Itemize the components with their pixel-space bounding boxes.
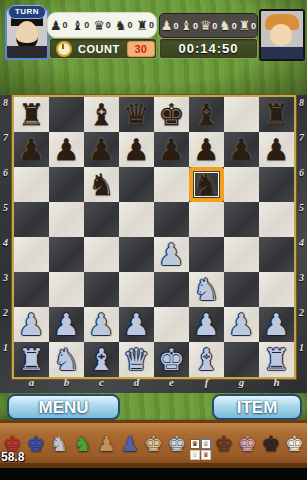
captured-count: 0 [232, 21, 237, 31]
square-f5[interactable] [189, 202, 224, 237]
square-g4[interactable] [224, 237, 259, 272]
black-rook-a8[interactable]: ♜ [14, 97, 49, 132]
move-count-box: COUNT 30 [49, 38, 157, 59]
white-pawn-a2[interactable]: ♟ [14, 307, 49, 342]
white-staunton-king-icon: ♚ [285, 432, 304, 456]
square-f4[interactable] [189, 237, 224, 272]
rank-label-7: 7 [0, 132, 11, 167]
white-pawn-d2[interactable]: ♟ [119, 307, 154, 342]
captured-count: 0 [84, 20, 89, 30]
white-pawn-h2[interactable]: ♟ [259, 307, 294, 342]
black-pawn-c7[interactable]: ♟ [84, 132, 119, 167]
count-value-badge: 30 [127, 41, 155, 57]
square-h6[interactable] [259, 167, 294, 202]
rank-label-8: 8 [296, 97, 307, 132]
square-e2[interactable] [154, 307, 189, 342]
rank-label-1: 1 [296, 342, 307, 377]
black-pawn-e7[interactable]: ♟ [154, 132, 189, 167]
square-h5[interactable] [259, 202, 294, 237]
flat-card-set-icon: ♛♕♕♛ [190, 439, 211, 460]
black-bishop-f8[interactable]: ♝ [189, 97, 224, 132]
skin-silver-staunton-king[interactable]: ♚ [167, 425, 188, 463]
white-knight-f3[interactable]: ♞ [189, 272, 224, 307]
file-label-h: h [259, 376, 294, 390]
captured-white-bishop: ♝0 [180, 19, 198, 32]
white-pawn-icon: ♟ [161, 19, 173, 32]
skin-pink-staunton-king[interactable]: ♚ [237, 425, 258, 463]
brown-staunton-king-icon: ♚ [215, 432, 234, 456]
cat-knight-red-base-icon: ♞ [50, 432, 69, 456]
black-pawn-b7[interactable]: ♟ [49, 132, 84, 167]
white-pawn-b2[interactable]: ♟ [49, 307, 84, 342]
skin-tan-staunton-king[interactable]: ♚ [143, 425, 164, 463]
black-pawn-icon: ♟ [50, 19, 62, 32]
white-queen-icon: ♛ [200, 19, 212, 32]
white-pawn-g2[interactable]: ♟ [224, 307, 259, 342]
square-b4[interactable] [49, 237, 84, 272]
skin-blue-king-doll[interactable]: ♚ [26, 425, 47, 463]
square-a6[interactable] [14, 167, 49, 202]
square-g5[interactable] [224, 202, 259, 237]
captured-count: 0 [63, 20, 68, 30]
square-a4[interactable] [14, 237, 49, 272]
square-g1[interactable] [224, 342, 259, 377]
captured-count: 0 [193, 21, 198, 31]
square-b8[interactable] [49, 97, 84, 132]
board-zone: ♜♝♛♚♝♜♟♟♟♟♟♟♟♟♞♞♟♞♟♟♟♟♟♟♟♜♞♝♛♚♝♜ 8765432… [0, 95, 307, 393]
rank-label-4: 4 [0, 237, 11, 272]
white-knight-b1[interactable]: ♞ [49, 342, 84, 377]
square-b6[interactable] [49, 167, 84, 202]
player-black-avatar-thatcher [259, 9, 305, 61]
mini-crown-card: ♛ [190, 439, 200, 449]
black-pawn-f7[interactable]: ♟ [189, 132, 224, 167]
white-pawn-e4[interactable]: ♟ [154, 237, 189, 272]
square-e6[interactable] [154, 167, 189, 202]
white-bishop-c1[interactable]: ♝ [84, 342, 119, 377]
square-d3[interactable] [119, 272, 154, 307]
rank-label-1: 1 [0, 342, 11, 377]
white-rook-a1[interactable]: ♜ [14, 342, 49, 377]
black-knight-icon: ♞ [115, 19, 127, 32]
captured-white-knight: ♞0 [219, 19, 237, 32]
captured-white-rook: ♜0 [238, 19, 256, 32]
chess-board: ♜♝♛♚♝♜♟♟♟♟♟♟♟♟♞♞♟♞♟♟♟♟♟♟♟♜♞♝♛♚♝♜ [12, 95, 296, 379]
black-queen-icon: ♛ [93, 19, 105, 32]
black-staunton-king-icon: ♚ [262, 432, 281, 456]
rank-label-5: 5 [0, 202, 11, 237]
rank-label-3: 3 [296, 272, 307, 307]
mini-crown-card: ♛ [201, 450, 211, 460]
file-label-g: g [224, 376, 259, 390]
skin-cat-knight-red-base[interactable]: ♞ [49, 425, 70, 463]
menu-button[interactable]: MENU [7, 394, 120, 420]
avatar-suit [7, 46, 47, 58]
file-label-f: f [189, 376, 224, 390]
captured-black-knight: ♞0 [115, 19, 133, 32]
rank-label-6: 6 [0, 167, 11, 202]
captured-by-white-tray: ♟0♝0♛0♞0♜0 [47, 12, 157, 38]
white-rook-h1[interactable]: ♜ [259, 342, 294, 377]
square-g3[interactable] [224, 272, 259, 307]
tan-staunton-king-icon: ♚ [144, 432, 163, 456]
file-label-c: c [84, 376, 119, 390]
square-e3[interactable] [154, 272, 189, 307]
game-timer: 00:14:50 [178, 41, 238, 56]
square-d4[interactable] [119, 237, 154, 272]
rank-label-5: 5 [296, 202, 307, 237]
white-knight-icon: ♞ [219, 19, 231, 32]
rank-label-8: 8 [0, 97, 11, 132]
white-king-e1[interactable]: ♚ [154, 342, 189, 377]
pink-staunton-king-icon: ♚ [238, 432, 257, 456]
captured-black-bishop: ♝0 [72, 19, 90, 32]
captured-count: 0 [174, 21, 179, 31]
captured-black-pawn: ♟0 [50, 19, 68, 32]
piece-skin-tray: ♚♚♞♞♟♟♚♚♛♕♕♛♚♚♚♚ [0, 420, 307, 468]
rank-labels-right: 87654321 [296, 95, 307, 377]
square-b5[interactable] [49, 202, 84, 237]
file-label-b: b [49, 376, 84, 390]
rank-label-2: 2 [296, 307, 307, 342]
rank-label-2: 2 [0, 307, 11, 342]
rank-label-7: 7 [296, 132, 307, 167]
white-bishop-icon: ♝ [180, 19, 192, 32]
skin-cat-knight-green-base[interactable]: ♞ [73, 425, 94, 463]
captured-count: 0 [149, 20, 154, 30]
black-pawn-g7[interactable]: ♟ [224, 132, 259, 167]
captured-black-queen: ♛0 [93, 19, 111, 32]
skin-brown-staunton-king[interactable]: ♚ [214, 425, 235, 463]
square-g8[interactable] [224, 97, 259, 132]
square-e5[interactable] [154, 202, 189, 237]
mini-crown-card: ♕ [190, 450, 200, 460]
square-c4[interactable] [84, 237, 119, 272]
black-pawn-a7[interactable]: ♟ [14, 132, 49, 167]
black-pawn-h7[interactable]: ♟ [259, 132, 294, 167]
black-king-e8[interactable]: ♚ [154, 97, 189, 132]
captured-count: 0 [106, 20, 111, 30]
blue-king-doll-icon: ♚ [27, 432, 46, 456]
white-bishop-f1[interactable]: ♝ [189, 342, 224, 377]
square-a5[interactable] [14, 202, 49, 237]
rank-label-3: 3 [0, 272, 11, 307]
captured-white-pawn: ♟0 [161, 19, 179, 32]
item-button[interactable]: ITEM [212, 394, 302, 420]
square-a3[interactable] [14, 272, 49, 307]
file-label-a: a [14, 376, 49, 390]
file-label-e: e [154, 376, 189, 390]
tan-hooded-doll-icon: ♟ [97, 432, 116, 456]
black-knight-c6[interactable]: ♞ [84, 167, 119, 202]
rank-labels-left: 87654321 [0, 95, 12, 377]
square-g6[interactable] [224, 167, 259, 202]
mini-crown-card: ♕ [201, 439, 211, 449]
file-labels: abcdefgh [14, 376, 294, 391]
blue-hooded-doll-icon: ♟ [121, 432, 140, 456]
captured-count: 0 [251, 21, 256, 31]
square-d6[interactable] [119, 167, 154, 202]
skin-black-staunton-king[interactable]: ♚ [261, 425, 282, 463]
white-rook-icon: ♜ [238, 19, 250, 32]
square-d5[interactable] [119, 202, 154, 237]
black-rook-icon: ♜ [136, 19, 148, 32]
clock-icon [56, 41, 72, 57]
black-knight-f6[interactable]: ♞ [189, 167, 224, 202]
skin-tan-hooded-doll[interactable]: ♟ [96, 425, 117, 463]
black-rook-h8[interactable]: ♜ [259, 97, 294, 132]
avatar-suit [261, 47, 303, 59]
black-queen-d8[interactable]: ♛ [119, 97, 154, 132]
square-c3[interactable] [84, 272, 119, 307]
captured-black-rook: ♜0 [136, 19, 154, 32]
rank-label-4: 4 [296, 237, 307, 272]
white-pawn-c2[interactable]: ♟ [84, 307, 119, 342]
skin-flat-card-piece-set[interactable]: ♛♕♕♛ [190, 425, 211, 463]
fps-counter: 58.8 [1, 450, 24, 464]
square-h3[interactable] [259, 272, 294, 307]
captured-count: 0 [127, 20, 132, 30]
cat-knight-green-base-icon: ♞ [74, 432, 93, 456]
captured-by-black-tray: ♟0♝0♛0♞0♜0 [159, 13, 258, 38]
file-label-d: d [119, 376, 154, 390]
bottom-bar [0, 468, 307, 480]
black-pawn-d7[interactable]: ♟ [119, 132, 154, 167]
white-pawn-f2[interactable]: ♟ [189, 307, 224, 342]
silver-staunton-king-icon: ♚ [168, 432, 187, 456]
white-queen-d1[interactable]: ♛ [119, 342, 154, 377]
game-screen: TURN ♟0♝0♛0♞0♜0 ♟0♝0♛0♞0♜0 COUNT 30 00:1… [0, 0, 307, 480]
square-b3[interactable] [49, 272, 84, 307]
rank-label-6: 6 [296, 167, 307, 202]
captured-white-queen: ♛0 [200, 19, 218, 32]
skin-white-staunton-king[interactable]: ♚ [284, 425, 305, 463]
game-timer-box: 00:14:50 [159, 38, 258, 59]
black-bishop-icon: ♝ [72, 19, 84, 32]
count-label: COUNT [78, 43, 120, 55]
skin-blue-hooded-doll[interactable]: ♟ [120, 425, 141, 463]
black-bishop-c8[interactable]: ♝ [84, 97, 119, 132]
turn-badge: TURN [8, 5, 46, 19]
captured-count: 0 [212, 21, 217, 31]
avatar-face [270, 24, 292, 46]
square-h4[interactable] [259, 237, 294, 272]
square-c5[interactable] [84, 202, 119, 237]
